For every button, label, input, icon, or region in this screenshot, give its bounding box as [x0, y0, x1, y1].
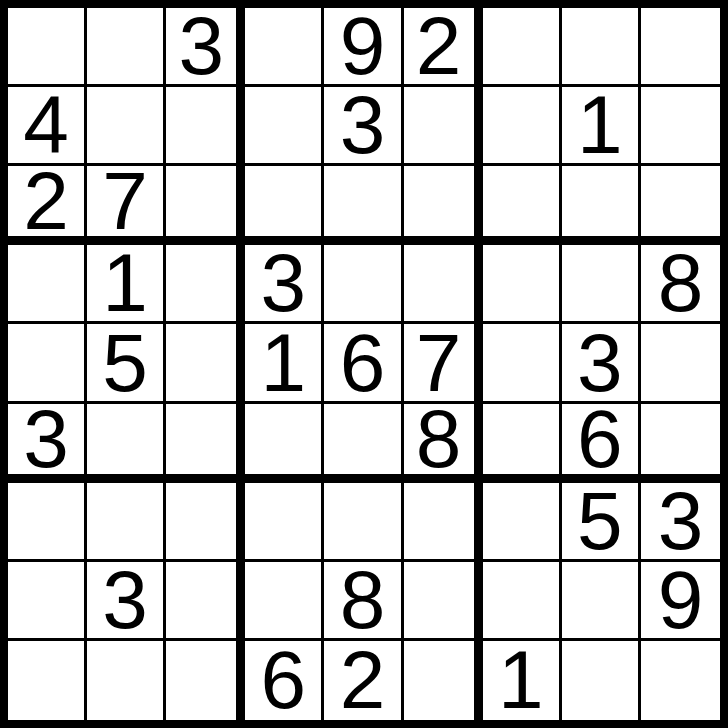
cell-r8c3[interactable] — [166, 562, 245, 641]
cell-r4c9: 8 — [641, 245, 720, 324]
cell-r8c1[interactable] — [8, 562, 87, 641]
cell-r1c7[interactable] — [483, 8, 562, 87]
cell-r3c6[interactable] — [404, 166, 483, 245]
cell-r4c2: 1 — [87, 245, 166, 324]
cell-r6c9[interactable] — [641, 404, 720, 483]
cell-r6c5[interactable] — [324, 404, 403, 483]
cell-r4c6[interactable] — [404, 245, 483, 324]
cell-r2c4[interactable] — [245, 87, 324, 166]
cell-r5c5: 6 — [324, 324, 403, 403]
cell-r9c7: 1 — [483, 641, 562, 720]
cell-r3c5[interactable] — [324, 166, 403, 245]
cell-r6c1: 3 — [8, 404, 87, 483]
cell-r8c4[interactable] — [245, 562, 324, 641]
cell-r2c1: 4 — [8, 87, 87, 166]
cell-r1c3: 3 — [166, 8, 245, 87]
cell-r9c3[interactable] — [166, 641, 245, 720]
cell-r7c7[interactable] — [483, 483, 562, 562]
cell-r8c7[interactable] — [483, 562, 562, 641]
cell-r8c5: 8 — [324, 562, 403, 641]
cell-r6c6: 8 — [404, 404, 483, 483]
sudoku-board: 392431271385167338653389621 — [0, 0, 728, 728]
cell-r2c8: 1 — [562, 87, 641, 166]
cell-r5c9[interactable] — [641, 324, 720, 403]
cell-r5c3[interactable] — [166, 324, 245, 403]
cell-r2c3[interactable] — [166, 87, 245, 166]
cell-r7c2[interactable] — [87, 483, 166, 562]
cell-r8c8[interactable] — [562, 562, 641, 641]
cell-r5c8: 3 — [562, 324, 641, 403]
cell-r8c9: 9 — [641, 562, 720, 641]
cell-r3c9[interactable] — [641, 166, 720, 245]
cell-r5c7[interactable] — [483, 324, 562, 403]
cell-r3c1: 2 — [8, 166, 87, 245]
cell-r9c5: 2 — [324, 641, 403, 720]
cell-r8c6[interactable] — [404, 562, 483, 641]
cell-r3c7[interactable] — [483, 166, 562, 245]
cell-r7c5[interactable] — [324, 483, 403, 562]
cell-r3c3[interactable] — [166, 166, 245, 245]
cell-r1c1[interactable] — [8, 8, 87, 87]
cell-r2c5: 3 — [324, 87, 403, 166]
cell-r4c8[interactable] — [562, 245, 641, 324]
cell-r2c9[interactable] — [641, 87, 720, 166]
cell-r4c1[interactable] — [8, 245, 87, 324]
cell-r3c8[interactable] — [562, 166, 641, 245]
cell-r5c4: 1 — [245, 324, 324, 403]
cell-r7c8: 5 — [562, 483, 641, 562]
cell-r3c2: 7 — [87, 166, 166, 245]
cell-r7c1[interactable] — [8, 483, 87, 562]
cell-r6c3[interactable] — [166, 404, 245, 483]
cell-r4c3[interactable] — [166, 245, 245, 324]
cell-r2c2[interactable] — [87, 87, 166, 166]
cell-r4c7[interactable] — [483, 245, 562, 324]
cell-r5c2: 5 — [87, 324, 166, 403]
cell-r1c6: 2 — [404, 8, 483, 87]
cell-r2c7[interactable] — [483, 87, 562, 166]
cell-r6c8: 6 — [562, 404, 641, 483]
cell-r9c2[interactable] — [87, 641, 166, 720]
cell-r7c3[interactable] — [166, 483, 245, 562]
cell-r7c9: 3 — [641, 483, 720, 562]
cell-r9c8[interactable] — [562, 641, 641, 720]
cell-r4c5[interactable] — [324, 245, 403, 324]
cell-r4c4: 3 — [245, 245, 324, 324]
cell-r7c4[interactable] — [245, 483, 324, 562]
cell-r6c2[interactable] — [87, 404, 166, 483]
cell-r6c4[interactable] — [245, 404, 324, 483]
cell-r3c4[interactable] — [245, 166, 324, 245]
cell-r1c2[interactable] — [87, 8, 166, 87]
cell-r8c2: 3 — [87, 562, 166, 641]
cell-r1c9[interactable] — [641, 8, 720, 87]
cell-r5c1[interactable] — [8, 324, 87, 403]
cell-r2c6[interactable] — [404, 87, 483, 166]
cell-r1c5: 9 — [324, 8, 403, 87]
cell-r9c6[interactable] — [404, 641, 483, 720]
cell-r9c9[interactable] — [641, 641, 720, 720]
cell-r1c4[interactable] — [245, 8, 324, 87]
cell-r5c6: 7 — [404, 324, 483, 403]
cell-r1c8[interactable] — [562, 8, 641, 87]
cell-r6c7[interactable] — [483, 404, 562, 483]
cell-r9c1[interactable] — [8, 641, 87, 720]
cell-r7c6[interactable] — [404, 483, 483, 562]
cell-r9c4: 6 — [245, 641, 324, 720]
